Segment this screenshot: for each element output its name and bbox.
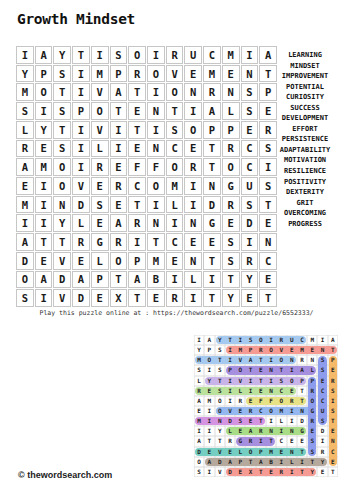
solution-letter: I	[208, 418, 212, 424]
solution-cell: O	[215, 396, 225, 406]
solution-cell: D	[215, 457, 225, 467]
grid-cell: A	[16, 158, 34, 176]
solution-cell: E	[256, 386, 266, 396]
solution-cell: A	[194, 436, 204, 446]
grid-cell: O	[128, 46, 146, 64]
grid-cell: E	[147, 289, 165, 307]
solution-letter: M	[208, 398, 212, 404]
solution-letter: T	[228, 337, 232, 343]
grid-cell: I	[16, 46, 34, 64]
solution-cell: E	[235, 467, 245, 477]
solution-letter: T	[280, 367, 284, 373]
solution-cell: S	[317, 416, 327, 426]
solution-letter: R	[321, 449, 325, 455]
solution-letter: T	[218, 378, 222, 384]
solution-letter: M	[300, 347, 304, 353]
solution-letter: I	[228, 388, 232, 394]
solution-letter: O	[218, 408, 222, 414]
solution-letter: V	[228, 408, 232, 414]
solution-letter: L	[228, 428, 232, 434]
grid-cell: I	[128, 233, 146, 251]
solution-cell: S	[194, 365, 204, 375]
grid-cell: I	[72, 65, 90, 83]
grid-cell: I	[35, 102, 53, 120]
grid-cell: N	[184, 252, 202, 270]
solution-letter: L	[238, 388, 242, 394]
solution-letter: C	[259, 408, 263, 414]
grid-cell: T	[203, 140, 221, 158]
solution-letter: I	[238, 337, 242, 343]
solution-letter: U	[321, 408, 325, 414]
solution-letter: D	[228, 418, 232, 424]
solution-cell: R	[276, 467, 286, 477]
solution-letter: I	[300, 459, 304, 465]
solution-cell: R	[287, 396, 297, 406]
solution-cell: R	[256, 426, 266, 436]
grid-cell: E	[222, 65, 240, 83]
solution-letter: T	[259, 469, 263, 475]
solution-cell: I	[256, 436, 266, 446]
solution-cell: T	[328, 345, 338, 355]
grid-cell: E	[35, 252, 53, 270]
solution-letter: T	[218, 357, 222, 363]
solution-cell: E	[235, 406, 245, 416]
grid-cell: O	[147, 65, 165, 83]
solution-letter: N	[290, 449, 294, 455]
solution-cell: S	[276, 376, 286, 386]
solution-cell: P	[328, 355, 338, 365]
solution-letter: C	[280, 388, 284, 394]
word-list-item: POSITIVITY	[262, 177, 348, 188]
solution-letter: A	[259, 459, 263, 465]
grid-cell: E	[259, 271, 277, 289]
solution-letter: Y	[321, 459, 325, 465]
solution-letter: O	[208, 357, 212, 363]
solution-cell: O	[287, 376, 297, 386]
solution-cell: F	[266, 396, 276, 406]
grid-cell: I	[72, 83, 90, 101]
grid-cell: A	[35, 46, 53, 64]
solution-cell: S	[317, 365, 327, 375]
grid-cell: Y	[53, 46, 71, 64]
solution-letter: I	[290, 418, 294, 424]
solution-cell: E	[317, 376, 327, 386]
grid-cell: T	[128, 289, 146, 307]
solution-cell: E	[266, 467, 276, 477]
grid-cell: T	[128, 83, 146, 101]
solution-cell: T	[297, 396, 307, 406]
grid-cell: R	[222, 140, 240, 158]
solution-letter: D	[197, 449, 201, 455]
solution-letter: S	[310, 449, 314, 455]
grid-cell: S	[166, 121, 184, 139]
solution-cell: E	[276, 447, 286, 457]
solution-cell: V	[225, 406, 235, 416]
solution-letter: I	[321, 438, 325, 444]
solution-letter: P	[249, 347, 253, 353]
solution-letter: O	[269, 347, 273, 353]
solution-letter: C	[331, 449, 335, 455]
solution-cell: E	[204, 447, 214, 457]
solution-cell: I	[204, 406, 214, 416]
solution-cell: A	[194, 396, 204, 406]
solution-cell: Y	[204, 376, 214, 386]
solution-cell: S	[317, 355, 327, 365]
grid-cell: D	[53, 271, 71, 289]
grid-cell: S	[241, 196, 259, 214]
solution-cell: M	[194, 355, 204, 365]
solution-letter: N	[331, 438, 335, 444]
grid-cell: T	[259, 289, 277, 307]
solution-cell: T	[256, 355, 266, 365]
solution-letter: C	[321, 398, 325, 404]
grid-cell: C	[241, 140, 259, 158]
grid-cell: A	[110, 83, 128, 101]
word-list-item: PERSISTENCE	[262, 134, 348, 145]
solution-letter: A	[249, 357, 253, 363]
grid-cell: B	[147, 271, 165, 289]
solution-cell: F	[256, 396, 266, 406]
solution-cell: I	[245, 386, 255, 396]
grid-cell: E	[91, 214, 109, 232]
solution-cell: Y	[317, 457, 327, 467]
grid-cell: S	[53, 102, 71, 120]
solution-letter: S	[321, 357, 325, 363]
solution-cell: P	[307, 376, 317, 386]
grid-cell: I	[35, 196, 53, 214]
grid-cell: E	[241, 289, 259, 307]
solution-letter: T	[259, 378, 263, 384]
grid-cell: M	[16, 196, 34, 214]
solution-cell: O	[307, 396, 317, 406]
solution-cell: R	[307, 416, 317, 426]
grid-cell: D	[72, 289, 90, 307]
solution-cell: T	[215, 355, 225, 365]
copyright: © thewordsearch.com	[18, 470, 112, 480]
grid-cell: A	[110, 214, 128, 232]
solution-cell: O	[256, 335, 266, 345]
solution-letter: S	[249, 337, 253, 343]
solution-cell: E	[328, 365, 338, 375]
solution-cell: N	[287, 447, 297, 457]
grid-cell: P	[72, 102, 90, 120]
grid-cell: V	[53, 252, 71, 270]
solution-cell: R	[317, 447, 327, 457]
solution-cell: A	[225, 457, 235, 467]
solution-cell: P	[225, 365, 235, 375]
solution-letter: A	[208, 459, 212, 465]
grid-cell: P	[91, 271, 109, 289]
solution-cell: N	[297, 406, 307, 416]
word-list-item: MOTIVATION	[262, 155, 348, 166]
solution-letter: I	[290, 408, 294, 414]
grid-cell: I	[110, 121, 128, 139]
solution-letter: D	[321, 428, 325, 434]
solution-cell: S	[235, 416, 245, 426]
grid-cell: O	[91, 102, 109, 120]
solution-cell: L	[225, 426, 235, 436]
solution-letter: O	[290, 378, 294, 384]
solution-letter: T	[269, 438, 273, 444]
grid-cell: U	[184, 46, 202, 64]
solution-cell: E	[307, 345, 317, 355]
solution-cell: C	[256, 406, 266, 416]
solution-cell: T	[225, 335, 235, 345]
word-list-item: PROGRESS	[262, 219, 348, 230]
solution-letter: T	[300, 449, 304, 455]
grid-cell: N	[147, 140, 165, 158]
solution-letter: N	[321, 347, 325, 353]
solution-letter: M	[310, 337, 314, 343]
solution-cell: E	[328, 426, 338, 436]
solution-letter: P	[228, 367, 232, 373]
solution-cell: E	[245, 416, 255, 426]
grid-cell: L	[91, 140, 109, 158]
solution-letter: V	[280, 347, 284, 353]
grid-cell: L	[72, 214, 90, 232]
solution-letter: P	[300, 378, 304, 384]
grid-cell: R	[203, 83, 221, 101]
grid-cell: R	[110, 177, 128, 195]
solution-cell: V	[235, 355, 245, 365]
solution-letter: C	[300, 337, 304, 343]
solution-cell: R	[245, 406, 255, 416]
grid-cell: S	[53, 65, 71, 83]
grid-cell: Y	[35, 121, 53, 139]
solution-letter: T	[300, 398, 304, 404]
solution-letter: E	[238, 469, 242, 475]
solution-letter: U	[290, 337, 294, 343]
solution-letter: T	[331, 347, 335, 353]
solution-cell: A	[245, 426, 255, 436]
solution-cell: N	[317, 345, 327, 355]
solution-letter: L	[197, 378, 201, 384]
solution-letter: L	[238, 449, 242, 455]
solution-letter: S	[197, 469, 201, 475]
grid-cell: E	[222, 214, 240, 232]
solution-letter: I	[197, 428, 201, 434]
solution-cell: R	[276, 335, 286, 345]
grid-cell: C	[259, 252, 277, 270]
grid-cell: R	[222, 196, 240, 214]
solution-cell: N	[287, 426, 297, 436]
solution-letter: N	[269, 388, 273, 394]
solution-cell: A	[256, 457, 266, 467]
grid-cell: I	[72, 158, 90, 176]
grid-cell: I	[110, 140, 128, 158]
grid-cell: Y	[222, 289, 240, 307]
solution-cell: B	[266, 457, 276, 467]
solution-letter: T	[300, 469, 304, 475]
solution-cell: V	[235, 376, 245, 386]
solution-cell: A	[204, 457, 214, 467]
solution-letter: E	[290, 388, 294, 394]
solution-letter: Y	[218, 337, 222, 343]
grid-cell: C	[203, 46, 221, 64]
grid-cell: U	[241, 177, 259, 195]
word-list-item: EFFORT	[262, 124, 348, 135]
solution-cell: D	[225, 467, 235, 477]
grid-cell: R	[166, 46, 184, 64]
solution-cell: T	[328, 416, 338, 426]
solution-cell: Y	[215, 335, 225, 345]
grid-cell: R	[128, 65, 146, 83]
solution-cell: I	[204, 426, 214, 436]
grid-cell: Y	[16, 65, 34, 83]
solution-cell: N	[215, 416, 225, 426]
solution-cell: V	[215, 467, 225, 477]
solution-cell: R	[297, 355, 307, 365]
grid-cell: T	[53, 233, 71, 251]
solution-letter: I	[208, 469, 212, 475]
solution-letter: D	[228, 469, 232, 475]
solution-cell: T	[297, 447, 307, 457]
solution-cell: L	[194, 376, 204, 386]
solution-cell: I	[235, 335, 245, 345]
solution-cell: I	[287, 365, 297, 375]
word-list-item: OVERCOMING	[262, 208, 348, 219]
solution-letter: S	[321, 367, 325, 373]
solution-letter: Y	[208, 378, 212, 384]
solution-letter: R	[259, 428, 263, 434]
solution-letter: R	[238, 398, 242, 404]
grid-cell: S	[222, 252, 240, 270]
solution-letter: L	[290, 459, 294, 465]
solution-letter: I	[269, 418, 273, 424]
solution-cell: E	[245, 396, 255, 406]
grid-cell: O	[53, 158, 71, 176]
grid-cell: Y	[53, 214, 71, 232]
solution-cell: I	[225, 345, 235, 355]
solution-letter: S	[197, 367, 201, 373]
solution-cell: M	[297, 345, 307, 355]
solution-cell: L	[287, 457, 297, 467]
solution-cell: O	[204, 355, 214, 365]
solution-cell: U	[287, 335, 297, 345]
solution-letter: I	[228, 357, 232, 363]
solution-cell: L	[235, 447, 245, 457]
grid-cell: R	[184, 158, 202, 176]
solution-cell: G	[297, 426, 307, 436]
solution-cell: E	[256, 365, 266, 375]
solution-letter: R	[249, 438, 253, 444]
solution-letter: O	[259, 337, 263, 343]
solution-letter: E	[321, 378, 325, 384]
solution-cell: T	[297, 467, 307, 477]
grid-cell: A	[203, 102, 221, 120]
solution-letter: O	[218, 398, 222, 404]
grid-cell: E	[35, 140, 53, 158]
solution-cell: I	[266, 355, 276, 365]
solution-cell: P	[297, 376, 307, 386]
grid-cell: E	[128, 102, 146, 120]
solution-letter: Y	[310, 469, 314, 475]
solution-letter: E	[259, 388, 263, 394]
solution-letter: V	[218, 469, 222, 475]
solution-letter: F	[259, 398, 263, 404]
solution-cell: I	[225, 396, 235, 406]
solution-letter: E	[208, 449, 212, 455]
grid-cell: E	[241, 121, 259, 139]
grid-cell: S	[222, 233, 240, 251]
solution-letter: B	[269, 459, 273, 465]
grid-cell: N	[241, 65, 259, 83]
grid-cell: T	[128, 121, 146, 139]
solution-letter: A	[208, 337, 212, 343]
grid-cell: T	[147, 233, 165, 251]
grid-cell: L	[16, 121, 34, 139]
solution-letter: A	[300, 367, 304, 373]
grid-cell: S	[241, 102, 259, 120]
grid-cell: O	[147, 177, 165, 195]
grid-cell: I	[203, 271, 221, 289]
solution-letter: P	[208, 347, 212, 353]
solution-letter: T	[331, 469, 335, 475]
solution-letter: E	[259, 367, 263, 373]
grid-cell: L	[166, 196, 184, 214]
grid-cell: V	[91, 121, 109, 139]
word-list-item: IMPROVEMENT	[262, 71, 348, 82]
solution-letter: E	[269, 469, 273, 475]
solution-letter: C	[280, 438, 284, 444]
solution-letter: O	[280, 398, 284, 404]
solution-cell: T	[256, 467, 266, 477]
grid-cell: N	[53, 196, 71, 214]
solution-letter: T	[300, 388, 304, 394]
solution-cell: N	[266, 426, 276, 436]
solution-cell: I	[328, 396, 338, 406]
solution-letter: O	[238, 367, 242, 373]
grid-cell: A	[72, 271, 90, 289]
solution-cell: R	[194, 386, 204, 396]
grid-cell: S	[110, 46, 128, 64]
solution-cell: S	[328, 386, 338, 396]
solution-letter: P	[331, 357, 335, 363]
solution-letter: E	[290, 438, 294, 444]
solution-letter: A	[249, 428, 253, 434]
solution-letter: A	[228, 459, 232, 465]
solution-cell: S	[215, 345, 225, 355]
solution-cell: I	[266, 376, 276, 386]
solution-letter: R	[259, 347, 263, 353]
solution-letter: R	[228, 438, 232, 444]
solution-letter: P	[310, 378, 314, 384]
solution-letter: R	[197, 388, 201, 394]
solution-cell: R	[256, 345, 266, 355]
solution-cell: R	[235, 396, 245, 406]
solution-letter: S	[218, 388, 222, 394]
solution-letter: M	[197, 418, 201, 424]
solution-letter: S	[321, 418, 325, 424]
solution-cell: M	[276, 406, 286, 416]
solution-letter: S	[331, 408, 335, 414]
solution-cell: I	[317, 335, 327, 345]
solution-letter: E	[331, 459, 335, 465]
grid-cell: O	[166, 158, 184, 176]
solution-letter: T	[259, 357, 263, 363]
solution-cell: S	[245, 335, 255, 345]
solution-letter: N	[310, 357, 314, 363]
solution-cell: T	[245, 365, 255, 375]
grid-cell: P	[35, 65, 53, 83]
solution-letter: R	[290, 398, 294, 404]
grid-cell: E	[184, 233, 202, 251]
solution-letter: R	[310, 418, 314, 424]
grid-cell: C	[241, 158, 259, 176]
solution-letter: E	[249, 398, 253, 404]
solution-letter: O	[280, 357, 284, 363]
solution-cell: T	[297, 386, 307, 396]
